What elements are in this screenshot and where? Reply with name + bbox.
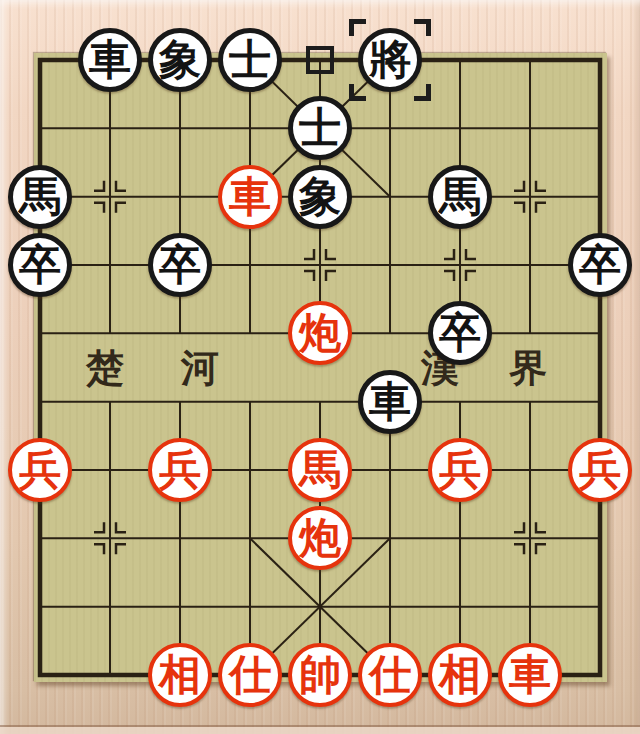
piece-red-soldier-a[interactable]: 兵 [8,438,72,502]
piece-red-advisor-b[interactable]: 仕 [358,643,422,707]
last-move-origin-marker [306,46,334,74]
piece-red-soldier-b[interactable]: 兵 [148,438,212,502]
piece-black-soldier-c[interactable]: 卒 [568,233,632,297]
bracket-bottom-right-icon [414,84,431,101]
piece-black-advisor-b[interactable]: 士 [288,96,352,160]
piece-black-elephant-a[interactable]: 象 [148,28,212,92]
piece-red-advisor-a[interactable]: 仕 [218,643,282,707]
piece-red-general[interactable]: 帥 [288,643,352,707]
piece-red-horse[interactable]: 馬 [288,438,352,502]
piece-black-soldier-d[interactable]: 卒 [428,301,492,365]
piece-black-chariot-a[interactable]: 車 [78,28,142,92]
piece-red-elephant-a[interactable]: 相 [148,643,212,707]
piece-black-soldier-a[interactable]: 卒 [8,233,72,297]
piece-black-horse-b[interactable]: 馬 [428,165,492,229]
piece-red-soldier-c[interactable]: 兵 [428,438,492,502]
piece-black-soldier-b[interactable]: 卒 [148,233,212,297]
river-label-jie: 界 [509,349,547,387]
bracket-top-right-icon [414,19,431,36]
piece-black-horse-a[interactable]: 馬 [8,165,72,229]
piece-red-soldier-d[interactable]: 兵 [568,438,632,502]
piece-red-chariot-a[interactable]: 車 [218,165,282,229]
bracket-bottom-left-icon [349,84,366,101]
bracket-top-left-icon [349,19,366,36]
piece-black-elephant-b[interactable]: 象 [288,165,352,229]
river-label-chu: 楚 [86,349,124,387]
piece-red-cannon-a[interactable]: 炮 [288,301,352,365]
piece-black-general[interactable]: 將 [358,28,422,92]
piece-red-cannon-b[interactable]: 炮 [288,506,352,570]
piece-red-chariot-b[interactable]: 車 [498,643,562,707]
river-label-he: 河 [181,349,219,387]
piece-red-elephant-b[interactable]: 相 [428,643,492,707]
piece-black-chariot-b[interactable]: 車 [358,370,422,434]
piece-black-advisor-a[interactable]: 士 [218,28,282,92]
